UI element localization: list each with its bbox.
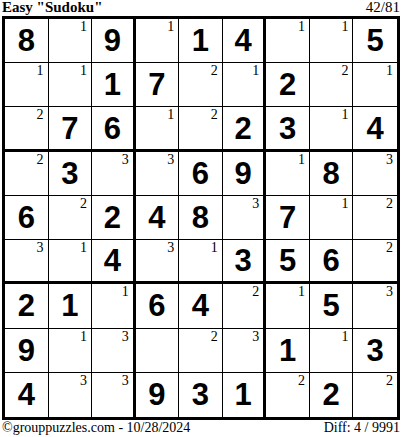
cell-r5c9[interactable]: 2 [353, 196, 397, 240]
pencil-mark: 3 [386, 152, 393, 167]
cell-r1c4[interactable]: 1 [136, 19, 180, 63]
cell-r9c6[interactable]: 1 [223, 373, 267, 417]
given-digit: 4 [234, 25, 251, 56]
cell-r8c4[interactable] [136, 329, 180, 373]
cell-r1c6[interactable]: 4 [223, 19, 267, 63]
given-digit: 1 [104, 69, 121, 100]
pencil-mark: 1 [211, 240, 218, 255]
pencil-mark: 1 [341, 107, 348, 122]
given-digit: 3 [192, 379, 209, 410]
given-digit: 6 [104, 113, 121, 144]
cell-r3c7[interactable]: 3 [266, 107, 310, 151]
cell-r4c7[interactable]: 1 [266, 152, 310, 196]
cell-r2c4[interactable]: 7 [136, 63, 180, 107]
cell-r8c1[interactable]: 9 [5, 329, 49, 373]
cell-r1c5[interactable]: 1 [179, 19, 223, 63]
cell-r9c2[interactable]: 3 [49, 373, 93, 417]
cell-r6c2[interactable]: 1 [49, 240, 93, 284]
cell-r5c8[interactable]: 1 [310, 196, 354, 240]
cell-r5c2[interactable]: 2 [49, 196, 93, 240]
pencil-mark: 2 [211, 107, 218, 122]
pencil-mark: 2 [211, 63, 218, 78]
cell-r3c1[interactable]: 2 [5, 107, 49, 151]
cell-r2c3[interactable]: 1 [92, 63, 136, 107]
cell-r5c7[interactable]: 7 [266, 196, 310, 240]
given-digit: 6 [18, 202, 35, 233]
cell-r7c7[interactable]: 1 [266, 284, 310, 328]
given-digit: 4 [192, 290, 209, 321]
given-digit: 8 [323, 158, 340, 189]
copyright-text: ©grouppuzzles.com - 10/28/2024 [2, 421, 190, 435]
cell-r3c2[interactable]: 7 [49, 107, 93, 151]
given-digit: 9 [148, 379, 165, 410]
cell-r9c8[interactable]: 2 [310, 373, 354, 417]
cell-r1c2[interactable]: 1 [49, 19, 93, 63]
cell-r1c8[interactable]: 1 [310, 19, 354, 63]
cell-r4c6[interactable]: 9 [223, 152, 267, 196]
pencil-mark: 1 [167, 19, 174, 34]
cell-r7c9[interactable]: 3 [353, 284, 397, 328]
given-digit: 5 [323, 290, 340, 321]
given-digit: 9 [234, 158, 251, 189]
pencil-mark: 1 [298, 152, 305, 167]
cell-r5c6[interactable]: 3 [223, 196, 267, 240]
cell-r2c2[interactable]: 1 [49, 63, 93, 107]
given-digit: 7 [148, 69, 165, 100]
cell-r2c7[interactable]: 2 [266, 63, 310, 107]
given-digit: 2 [104, 202, 121, 233]
cell-r7c8[interactable]: 5 [310, 284, 354, 328]
cell-r7c3[interactable]: 1 [92, 284, 136, 328]
cell-r9c5[interactable]: 3 [179, 373, 223, 417]
pencil-mark: 3 [37, 240, 44, 255]
given-digit: 7 [279, 202, 296, 233]
cell-r6c1[interactable]: 3 [5, 240, 49, 284]
cell-r8c8[interactable]: 1 [310, 329, 354, 373]
pencil-mark: 1 [386, 63, 393, 78]
sudoku-page: Easy "Sudoku" 42/81 81911411511172122127… [0, 0, 402, 437]
cell-r6c9[interactable]: 2 [353, 240, 397, 284]
given-digit: 1 [234, 379, 251, 410]
pencil-mark: 1 [298, 284, 305, 299]
given-digit: 5 [279, 245, 296, 276]
pencil-mark: 1 [298, 19, 305, 34]
pencil-mark: 1 [122, 284, 129, 299]
pencil-mark: 1 [80, 240, 87, 255]
pencil-mark: 2 [386, 196, 393, 211]
pencil-mark: 3 [167, 240, 174, 255]
cell-r4c3[interactable]: 3 [92, 152, 136, 196]
given-digit: 9 [104, 25, 121, 56]
given-digit: 1 [192, 25, 209, 56]
pencil-mark: 2 [386, 373, 393, 388]
cell-r5c1[interactable]: 6 [5, 196, 49, 240]
given-digit: 3 [279, 113, 296, 144]
pencil-mark: 1 [341, 19, 348, 34]
pencil-mark: 3 [252, 329, 259, 344]
pencil-mark: 1 [167, 107, 174, 122]
given-digit: 8 [192, 202, 209, 233]
given-digit: 9 [18, 335, 35, 366]
progress-counter: 42/81 [366, 0, 400, 15]
cell-r4c9[interactable]: 3 [353, 152, 397, 196]
cell-r6c8[interactable]: 6 [310, 240, 354, 284]
cell-r5c3[interactable]: 2 [92, 196, 136, 240]
pencil-mark: 3 [167, 152, 174, 167]
given-digit: 7 [61, 113, 78, 144]
cell-r6c7[interactable]: 5 [266, 240, 310, 284]
cell-r8c2[interactable]: 1 [49, 329, 93, 373]
cell-r6c6[interactable]: 3 [223, 240, 267, 284]
cell-r8c6[interactable]: 3 [223, 329, 267, 373]
given-digit: 2 [234, 113, 251, 144]
given-digit: 5 [367, 25, 384, 56]
pencil-mark: 2 [37, 152, 44, 167]
cell-r7c6[interactable]: 2 [223, 284, 267, 328]
cell-r9c4[interactable]: 9 [136, 373, 180, 417]
pencil-mark: 1 [80, 329, 87, 344]
cell-r1c1[interactable]: 8 [5, 19, 49, 63]
cell-r2c6[interactable]: 1 [223, 63, 267, 107]
pencil-mark: 2 [341, 63, 348, 78]
cell-r2c1[interactable]: 1 [5, 63, 49, 107]
cell-r7c4[interactable]: 6 [136, 284, 180, 328]
cell-r8c9[interactable]: 3 [353, 329, 397, 373]
cell-r3c9[interactable]: 4 [353, 107, 397, 151]
given-digit: 1 [61, 290, 78, 321]
cell-r6c3[interactable]: 4 [92, 240, 136, 284]
pencil-mark: 3 [252, 196, 259, 211]
cell-r9c9[interactable]: 2 [353, 373, 397, 417]
header: Easy "Sudoku" 42/81 [0, 0, 402, 16]
footer: ©grouppuzzles.com - 10/28/2024 Diff: 4 /… [0, 420, 402, 437]
cell-r4c2[interactable]: 3 [49, 152, 93, 196]
pencil-mark: 1 [80, 19, 87, 34]
given-digit: 6 [148, 290, 165, 321]
pencil-mark: 3 [122, 152, 129, 167]
given-digit: 6 [192, 158, 209, 189]
pencil-mark: 1 [37, 63, 44, 78]
cell-r1c7[interactable]: 1 [266, 19, 310, 63]
cell-r8c5[interactable]: 2 [179, 329, 223, 373]
cell-r4c4[interactable]: 3 [136, 152, 180, 196]
cell-r4c8[interactable]: 8 [310, 152, 354, 196]
cell-r3c8[interactable]: 1 [310, 107, 354, 151]
cell-r1c9[interactable]: 5 [353, 19, 397, 63]
cell-r8c3[interactable]: 3 [92, 329, 136, 373]
cell-r3c5[interactable]: 2 [179, 107, 223, 151]
pencil-mark: 2 [37, 107, 44, 122]
pencil-mark: 2 [298, 373, 305, 388]
cell-r5c4[interactable]: 4 [136, 196, 180, 240]
pencil-mark: 3 [80, 373, 87, 388]
cell-r6c4[interactable]: 3 [136, 240, 180, 284]
given-digit: 2 [18, 290, 35, 321]
pencil-mark: 1 [341, 329, 348, 344]
cell-r7c1[interactable]: 2 [5, 284, 49, 328]
difficulty-text: Diff: 4 / 9991 [324, 421, 400, 435]
cell-r7c5[interactable]: 4 [179, 284, 223, 328]
cell-r5c5[interactable]: 8 [179, 196, 223, 240]
cell-r2c5[interactable]: 2 [179, 63, 223, 107]
pencil-mark: 2 [211, 329, 218, 344]
cell-r2c8[interactable]: 2 [310, 63, 354, 107]
given-digit: 8 [18, 25, 35, 56]
cell-r3c6[interactable]: 2 [223, 107, 267, 151]
given-digit: 6 [323, 245, 340, 276]
given-digit: 4 [18, 379, 35, 410]
pencil-mark: 2 [386, 240, 393, 255]
given-digit: 4 [367, 113, 384, 144]
cell-r7c2[interactable]: 1 [49, 284, 93, 328]
cell-r4c5[interactable]: 6 [179, 152, 223, 196]
cell-r8c7[interactable]: 1 [266, 329, 310, 373]
given-digit: 2 [279, 69, 296, 100]
sudoku-board: 8191141151117212212761223142333691836224… [2, 16, 400, 420]
page-title: Easy "Sudoku" [2, 0, 102, 15]
cell-r3c3[interactable]: 6 [92, 107, 136, 151]
cell-r4c1[interactable]: 2 [5, 152, 49, 196]
cell-r3c4[interactable]: 1 [136, 107, 180, 151]
cell-r1c3[interactable]: 9 [92, 19, 136, 63]
cell-r2c9[interactable]: 1 [353, 63, 397, 107]
pencil-mark: 1 [341, 196, 348, 211]
pencil-mark: 1 [80, 63, 87, 78]
pencil-mark: 1 [252, 63, 259, 78]
cell-r6c5[interactable]: 1 [179, 240, 223, 284]
pencil-mark: 2 [80, 196, 87, 211]
pencil-mark: 2 [252, 284, 259, 299]
given-digit: 3 [234, 245, 251, 276]
given-digit: 3 [367, 335, 384, 366]
cell-r9c7[interactable]: 2 [266, 373, 310, 417]
pencil-mark: 3 [122, 373, 129, 388]
pencil-mark: 3 [386, 284, 393, 299]
pencil-mark: 3 [122, 329, 129, 344]
cell-r9c3[interactable]: 3 [92, 373, 136, 417]
given-digit: 1 [279, 335, 296, 366]
given-digit: 4 [148, 202, 165, 233]
given-digit: 4 [104, 245, 121, 276]
cell-r9c1[interactable]: 4 [5, 373, 49, 417]
given-digit: 3 [61, 158, 78, 189]
given-digit: 2 [323, 379, 340, 410]
